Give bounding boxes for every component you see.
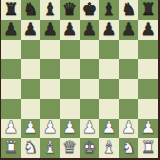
square-c6[interactable] bbox=[40, 40, 60, 60]
square-f3[interactable] bbox=[99, 99, 119, 119]
black-pawn-piece[interactable]: ♟ bbox=[62, 20, 77, 39]
board-frame: ♜♞♝♛♚♝♞♜♟♟♟♟♟♟♟♟♟♟♟♟♟♟♟♟♜♞♝♛♚♝♞♜ bbox=[0, 0, 160, 160]
square-f6[interactable] bbox=[99, 40, 119, 60]
square-e4[interactable] bbox=[80, 79, 100, 99]
black-queen-piece[interactable]: ♛ bbox=[62, 0, 77, 19]
black-pawn-piece[interactable]: ♟ bbox=[3, 20, 18, 39]
square-a5[interactable] bbox=[1, 59, 21, 79]
white-knight-piece[interactable]: ♞ bbox=[23, 138, 38, 157]
square-g7[interactable]: ♟ bbox=[119, 20, 139, 40]
square-a6[interactable] bbox=[1, 40, 21, 60]
square-c4[interactable] bbox=[40, 79, 60, 99]
square-e2[interactable]: ♟ bbox=[80, 119, 100, 139]
white-bishop-piece[interactable]: ♝ bbox=[101, 138, 116, 157]
square-d7[interactable]: ♟ bbox=[60, 20, 80, 40]
white-pawn-piece[interactable]: ♟ bbox=[23, 119, 38, 138]
black-rook-piece[interactable]: ♜ bbox=[3, 0, 18, 19]
square-e1[interactable]: ♚ bbox=[80, 138, 100, 158]
square-g5[interactable] bbox=[119, 59, 139, 79]
square-h4[interactable] bbox=[138, 79, 158, 99]
square-c1[interactable]: ♝ bbox=[40, 138, 60, 158]
white-pawn-piece[interactable]: ♟ bbox=[62, 119, 77, 138]
white-pawn-piece[interactable]: ♟ bbox=[101, 119, 116, 138]
square-f8[interactable]: ♝ bbox=[99, 0, 119, 20]
white-knight-piece[interactable]: ♞ bbox=[121, 138, 136, 157]
square-e8[interactable]: ♚ bbox=[80, 0, 100, 20]
square-g2[interactable]: ♟ bbox=[119, 119, 139, 139]
square-d2[interactable]: ♟ bbox=[60, 119, 80, 139]
square-e3[interactable] bbox=[80, 99, 100, 119]
chess-board[interactable]: ♜♞♝♛♚♝♞♜♟♟♟♟♟♟♟♟♟♟♟♟♟♟♟♟♜♞♝♛♚♝♞♜ bbox=[1, 0, 158, 158]
square-a7[interactable]: ♟ bbox=[1, 20, 21, 40]
white-pawn-piece[interactable]: ♟ bbox=[42, 119, 57, 138]
black-pawn-piece[interactable]: ♟ bbox=[82, 20, 97, 39]
square-d3[interactable] bbox=[60, 99, 80, 119]
square-f1[interactable]: ♝ bbox=[99, 138, 119, 158]
white-pawn-piece[interactable]: ♟ bbox=[121, 119, 136, 138]
white-bishop-piece[interactable]: ♝ bbox=[42, 138, 57, 157]
white-rook-piece[interactable]: ♜ bbox=[141, 138, 156, 157]
square-f2[interactable]: ♟ bbox=[99, 119, 119, 139]
square-c2[interactable]: ♟ bbox=[40, 119, 60, 139]
square-b8[interactable]: ♞ bbox=[21, 0, 41, 20]
square-a3[interactable] bbox=[1, 99, 21, 119]
square-a2[interactable]: ♟ bbox=[1, 119, 21, 139]
square-b5[interactable] bbox=[21, 59, 41, 79]
square-e7[interactable]: ♟ bbox=[80, 20, 100, 40]
white-queen-piece[interactable]: ♛ bbox=[62, 138, 77, 157]
square-f4[interactable] bbox=[99, 79, 119, 99]
square-b4[interactable] bbox=[21, 79, 41, 99]
square-h2[interactable]: ♟ bbox=[138, 119, 158, 139]
square-a1[interactable]: ♜ bbox=[1, 138, 21, 158]
white-king-piece[interactable]: ♚ bbox=[82, 138, 97, 157]
square-c7[interactable]: ♟ bbox=[40, 20, 60, 40]
black-pawn-piece[interactable]: ♟ bbox=[141, 20, 156, 39]
white-pawn-piece[interactable]: ♟ bbox=[82, 119, 97, 138]
square-g6[interactable] bbox=[119, 40, 139, 60]
square-h3[interactable] bbox=[138, 99, 158, 119]
black-knight-piece[interactable]: ♞ bbox=[121, 0, 136, 19]
square-b7[interactable]: ♟ bbox=[21, 20, 41, 40]
black-rook-piece[interactable]: ♜ bbox=[141, 0, 156, 19]
black-pawn-piece[interactable]: ♟ bbox=[42, 20, 57, 39]
square-h1[interactable]: ♜ bbox=[138, 138, 158, 158]
square-h8[interactable]: ♜ bbox=[138, 0, 158, 20]
square-c3[interactable] bbox=[40, 99, 60, 119]
black-bishop-piece[interactable]: ♝ bbox=[42, 0, 57, 19]
black-pawn-piece[interactable]: ♟ bbox=[101, 20, 116, 39]
square-e6[interactable] bbox=[80, 40, 100, 60]
black-knight-piece[interactable]: ♞ bbox=[23, 0, 38, 19]
square-b1[interactable]: ♞ bbox=[21, 138, 41, 158]
black-king-piece[interactable]: ♚ bbox=[82, 0, 97, 19]
square-h5[interactable] bbox=[138, 59, 158, 79]
square-c8[interactable]: ♝ bbox=[40, 0, 60, 20]
square-d4[interactable] bbox=[60, 79, 80, 99]
square-c5[interactable] bbox=[40, 59, 60, 79]
square-d1[interactable]: ♛ bbox=[60, 138, 80, 158]
square-e5[interactable] bbox=[80, 59, 100, 79]
black-bishop-piece[interactable]: ♝ bbox=[101, 0, 116, 19]
white-pawn-piece[interactable]: ♟ bbox=[141, 119, 156, 138]
square-b6[interactable] bbox=[21, 40, 41, 60]
square-d5[interactable] bbox=[60, 59, 80, 79]
square-h7[interactable]: ♟ bbox=[138, 20, 158, 40]
square-g1[interactable]: ♞ bbox=[119, 138, 139, 158]
square-g4[interactable] bbox=[119, 79, 139, 99]
black-pawn-piece[interactable]: ♟ bbox=[23, 20, 38, 39]
square-b3[interactable] bbox=[21, 99, 41, 119]
square-a4[interactable] bbox=[1, 79, 21, 99]
square-f5[interactable] bbox=[99, 59, 119, 79]
square-d6[interactable] bbox=[60, 40, 80, 60]
square-f7[interactable]: ♟ bbox=[99, 20, 119, 40]
square-g8[interactable]: ♞ bbox=[119, 0, 139, 20]
white-rook-piece[interactable]: ♜ bbox=[3, 138, 18, 157]
square-h6[interactable] bbox=[138, 40, 158, 60]
square-b2[interactable]: ♟ bbox=[21, 119, 41, 139]
square-g3[interactable] bbox=[119, 99, 139, 119]
black-pawn-piece[interactable]: ♟ bbox=[121, 20, 136, 39]
square-d8[interactable]: ♛ bbox=[60, 0, 80, 20]
white-pawn-piece[interactable]: ♟ bbox=[3, 119, 18, 138]
square-a8[interactable]: ♜ bbox=[1, 0, 21, 20]
